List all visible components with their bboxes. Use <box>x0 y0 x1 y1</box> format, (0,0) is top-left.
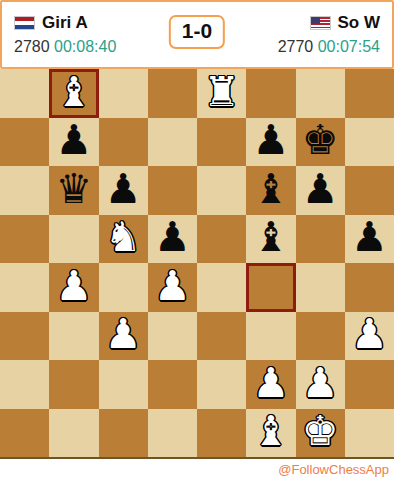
black-player-info: So W 2770 00:07:54 <box>278 13 380 67</box>
square-d7[interactable] <box>148 118 197 167</box>
white-pawn-piece: ♟ <box>252 363 289 404</box>
black-king-piece: ♚ <box>302 120 339 161</box>
square-h4[interactable] <box>345 263 394 312</box>
black-pawn-piece: ♟ <box>252 120 289 161</box>
black-pawn-piece: ♟ <box>55 120 92 161</box>
square-g6[interactable]: ♟ <box>296 166 345 215</box>
black-player-rating: 2770 <box>278 38 314 55</box>
netherlands-flag-icon <box>14 16 35 30</box>
square-b1[interactable] <box>49 409 98 458</box>
black-bishop-piece: ♝ <box>252 169 289 210</box>
square-f4[interactable] <box>246 263 295 312</box>
white-player-info: Giri A 2780 00:08:40 <box>14 13 116 67</box>
square-e5[interactable] <box>197 215 246 264</box>
black-player-clock: 00:07:54 <box>318 38 380 55</box>
square-a5[interactable] <box>0 215 49 264</box>
square-f8[interactable] <box>246 69 295 118</box>
square-f3[interactable] <box>246 312 295 361</box>
black-player-sub-row: 2770 00:07:54 <box>278 38 380 56</box>
square-f1[interactable]: ♝ <box>246 409 295 458</box>
white-player-name: Giri A <box>42 13 88 33</box>
square-b8[interactable]: ♝ <box>49 69 98 118</box>
game-header: Giri A 2780 00:08:40 1-0 So W 2770 00:07… <box>0 0 394 69</box>
square-f5[interactable]: ♝ <box>246 215 295 264</box>
square-c8[interactable] <box>99 69 148 118</box>
square-e3[interactable] <box>197 312 246 361</box>
black-pawn-piece: ♟ <box>154 217 191 258</box>
white-knight-piece: ♞ <box>105 217 142 258</box>
square-a3[interactable] <box>0 312 49 361</box>
square-h3[interactable]: ♟ <box>345 312 394 361</box>
white-player-name-row: Giri A <box>14 13 116 33</box>
square-e2[interactable] <box>197 360 246 409</box>
square-b2[interactable] <box>49 360 98 409</box>
white-pawn-piece: ♟ <box>351 314 388 355</box>
result-badge: 1-0 <box>169 15 225 49</box>
white-king-piece: ♚ <box>302 411 339 452</box>
white-pawn-piece: ♟ <box>302 363 339 404</box>
square-c6[interactable]: ♟ <box>99 166 148 215</box>
square-b4[interactable]: ♟ <box>49 263 98 312</box>
watermark-text: @FollowChessApp <box>278 462 389 477</box>
square-b7[interactable]: ♟ <box>49 118 98 167</box>
square-a8[interactable] <box>0 69 49 118</box>
chess-board: ♝♜♟♟♚♛♟♝♟♞♟♝♟♟♟♟♟♟♟♝♚ <box>0 69 394 459</box>
square-g4[interactable] <box>296 263 345 312</box>
square-c2[interactable] <box>99 360 148 409</box>
footer: @FollowChessApp <box>0 459 394 480</box>
black-bishop-piece: ♝ <box>252 217 289 258</box>
square-d5[interactable]: ♟ <box>148 215 197 264</box>
white-pawn-piece: ♟ <box>154 266 191 307</box>
black-queen-piece: ♛ <box>55 169 92 210</box>
black-pawn-piece: ♟ <box>351 217 388 258</box>
square-d2[interactable] <box>148 360 197 409</box>
black-pawn-piece: ♟ <box>302 169 339 210</box>
square-a7[interactable] <box>0 118 49 167</box>
square-b3[interactable] <box>49 312 98 361</box>
square-h5[interactable]: ♟ <box>345 215 394 264</box>
square-a1[interactable] <box>0 409 49 458</box>
square-h7[interactable] <box>345 118 394 167</box>
square-e1[interactable] <box>197 409 246 458</box>
square-e8[interactable]: ♜ <box>197 69 246 118</box>
square-e4[interactable] <box>197 263 246 312</box>
chess-app-screenshot: Giri A 2780 00:08:40 1-0 So W 2770 00:07… <box>0 0 394 480</box>
white-player-rating: 2780 <box>14 38 50 55</box>
square-c5[interactable]: ♞ <box>99 215 148 264</box>
square-a6[interactable] <box>0 166 49 215</box>
square-c3[interactable]: ♟ <box>99 312 148 361</box>
usa-flag-icon <box>310 16 331 30</box>
square-e6[interactable] <box>197 166 246 215</box>
square-h1[interactable] <box>345 409 394 458</box>
square-g5[interactable] <box>296 215 345 264</box>
square-f2[interactable]: ♟ <box>246 360 295 409</box>
square-e7[interactable] <box>197 118 246 167</box>
white-player-clock: 00:08:40 <box>54 38 116 55</box>
square-c4[interactable] <box>99 263 148 312</box>
black-pawn-piece: ♟ <box>105 169 142 210</box>
square-g1[interactable]: ♚ <box>296 409 345 458</box>
square-f6[interactable]: ♝ <box>246 166 295 215</box>
square-c7[interactable] <box>99 118 148 167</box>
square-h2[interactable] <box>345 360 394 409</box>
square-b5[interactable] <box>49 215 98 264</box>
square-a2[interactable] <box>0 360 49 409</box>
square-d1[interactable] <box>148 409 197 458</box>
square-g8[interactable] <box>296 69 345 118</box>
black-player-name-row: So W <box>278 13 380 33</box>
square-d8[interactable] <box>148 69 197 118</box>
square-b6[interactable]: ♛ <box>49 166 98 215</box>
square-a4[interactable] <box>0 263 49 312</box>
square-d6[interactable] <box>148 166 197 215</box>
white-bishop-piece: ♝ <box>55 72 92 113</box>
white-bishop-piece: ♝ <box>252 411 289 452</box>
square-h8[interactable] <box>345 69 394 118</box>
white-pawn-piece: ♟ <box>105 314 142 355</box>
square-d4[interactable]: ♟ <box>148 263 197 312</box>
square-c1[interactable] <box>99 409 148 458</box>
white-player-sub-row: 2780 00:08:40 <box>14 38 116 56</box>
square-d3[interactable] <box>148 312 197 361</box>
square-h6[interactable] <box>345 166 394 215</box>
square-f7[interactable]: ♟ <box>246 118 295 167</box>
white-rook-piece: ♜ <box>203 72 240 113</box>
white-pawn-piece: ♟ <box>55 266 92 307</box>
square-g3[interactable] <box>296 312 345 361</box>
square-g7[interactable]: ♚ <box>296 118 345 167</box>
square-g2[interactable]: ♟ <box>296 360 345 409</box>
black-player-name: So W <box>338 13 381 33</box>
